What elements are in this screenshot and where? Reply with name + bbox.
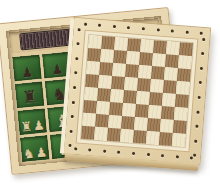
peg-hole	[161, 154, 164, 157]
tray-compartment: ♜	[15, 82, 44, 108]
peg-hole	[113, 25, 116, 28]
peg-hole	[193, 154, 196, 157]
board-square	[126, 51, 140, 65]
board-square	[109, 102, 123, 116]
board-square	[81, 126, 95, 140]
board-square	[135, 104, 149, 118]
board-square	[178, 55, 192, 69]
board-square	[111, 76, 125, 90]
peg-hole	[68, 144, 71, 147]
light-rook-piece: ♜	[20, 120, 33, 135]
peg-hole	[74, 147, 77, 150]
peg-hole	[71, 115, 74, 118]
board-square	[148, 105, 162, 119]
peg-hole	[76, 42, 79, 45]
board-border	[77, 31, 197, 151]
board-square	[133, 130, 147, 144]
board-square	[150, 79, 164, 93]
board-square	[173, 120, 187, 134]
board-square	[138, 65, 152, 79]
peg-hole	[186, 31, 189, 34]
peg-hole	[88, 148, 91, 151]
light-pawn-piece: ♟	[32, 119, 45, 134]
peg-hole	[74, 71, 77, 74]
board-square	[153, 40, 167, 54]
peg-hole	[103, 150, 106, 153]
board-square	[127, 38, 141, 52]
board-square	[85, 74, 99, 88]
board-square	[147, 118, 161, 132]
peg-hole	[98, 24, 101, 27]
peg-hole	[147, 153, 150, 156]
board-square	[124, 77, 138, 91]
peg-hole	[132, 152, 135, 155]
board-square	[159, 132, 173, 146]
board-square	[114, 37, 128, 51]
peg-hole	[73, 86, 76, 89]
peg-hole	[202, 37, 205, 40]
peg-hole	[195, 125, 198, 128]
board-square	[125, 64, 139, 78]
peg-hole	[201, 52, 204, 55]
board-square	[83, 100, 97, 114]
board-square	[136, 91, 150, 105]
board-square	[99, 62, 113, 76]
board-square	[101, 36, 115, 50]
peg-hole	[117, 151, 120, 154]
board-square	[88, 35, 102, 49]
board-square	[172, 133, 186, 147]
chessboard	[81, 35, 193, 147]
board-square	[179, 42, 193, 56]
board-square	[166, 41, 180, 55]
light-pawn-piece: ♟	[35, 145, 48, 160]
board-square	[113, 50, 127, 64]
peg-hole	[72, 101, 75, 104]
board-square	[174, 107, 188, 121]
board-square	[160, 119, 174, 133]
board-square	[82, 113, 96, 127]
peg-hole	[199, 81, 202, 84]
chessboard-lid	[63, 17, 211, 165]
peg-hole	[176, 155, 179, 158]
board-square	[120, 129, 134, 143]
board-square	[112, 63, 126, 77]
board-square	[134, 117, 148, 131]
board-square	[108, 115, 122, 129]
dark-pawn-piece: ♟	[21, 65, 34, 80]
board-square	[94, 127, 108, 141]
peg-hole	[200, 32, 203, 35]
dark-rook-piece: ♜	[21, 88, 38, 107]
peg-hole	[83, 23, 86, 26]
light-knight-piece: ♞	[22, 147, 35, 162]
board-square	[177, 68, 191, 82]
board-square	[164, 67, 178, 81]
board-square	[95, 114, 109, 128]
board-square	[123, 90, 137, 104]
board-square	[152, 53, 166, 67]
peg-hole	[190, 156, 193, 159]
peg-hole	[171, 29, 174, 32]
product-photo: ♟♟♟♜♞♜♟♝♞♟♟	[0, 0, 220, 185]
board-square	[175, 94, 189, 108]
board-square	[140, 39, 154, 53]
peg-hole	[127, 26, 130, 29]
board-square	[87, 48, 101, 62]
peg-hole	[196, 110, 199, 113]
peg-hole	[156, 28, 159, 31]
board-square	[97, 88, 111, 102]
board-square	[139, 52, 153, 66]
board-square	[121, 116, 135, 130]
dark-pawn-piece: ♟	[51, 63, 64, 78]
peg-hole	[194, 140, 197, 143]
board-square	[146, 131, 160, 145]
board-square	[163, 80, 177, 94]
board-square	[162, 93, 176, 107]
board-square	[100, 49, 114, 63]
peg-hole	[78, 28, 81, 31]
peg-hole	[200, 67, 203, 70]
board-square	[122, 103, 136, 117]
board-square	[165, 54, 179, 68]
peg-hole	[75, 57, 78, 60]
board-square	[151, 66, 165, 80]
board-square	[110, 89, 124, 103]
board-square	[98, 75, 112, 89]
board-square	[137, 78, 151, 92]
peg-hole	[70, 130, 73, 133]
peg-hole	[198, 96, 201, 99]
board-square	[96, 101, 110, 115]
board-square	[84, 87, 98, 101]
tray-compartment: ♜♟	[18, 108, 47, 134]
board-square	[86, 61, 100, 75]
board-square	[149, 92, 163, 106]
board-square	[161, 106, 175, 120]
tray-compartment: ♞♟	[20, 135, 49, 161]
board-square	[176, 81, 190, 95]
tray-compartment: ♟	[12, 55, 41, 81]
peg-hole	[142, 27, 145, 30]
board-square	[107, 128, 121, 142]
